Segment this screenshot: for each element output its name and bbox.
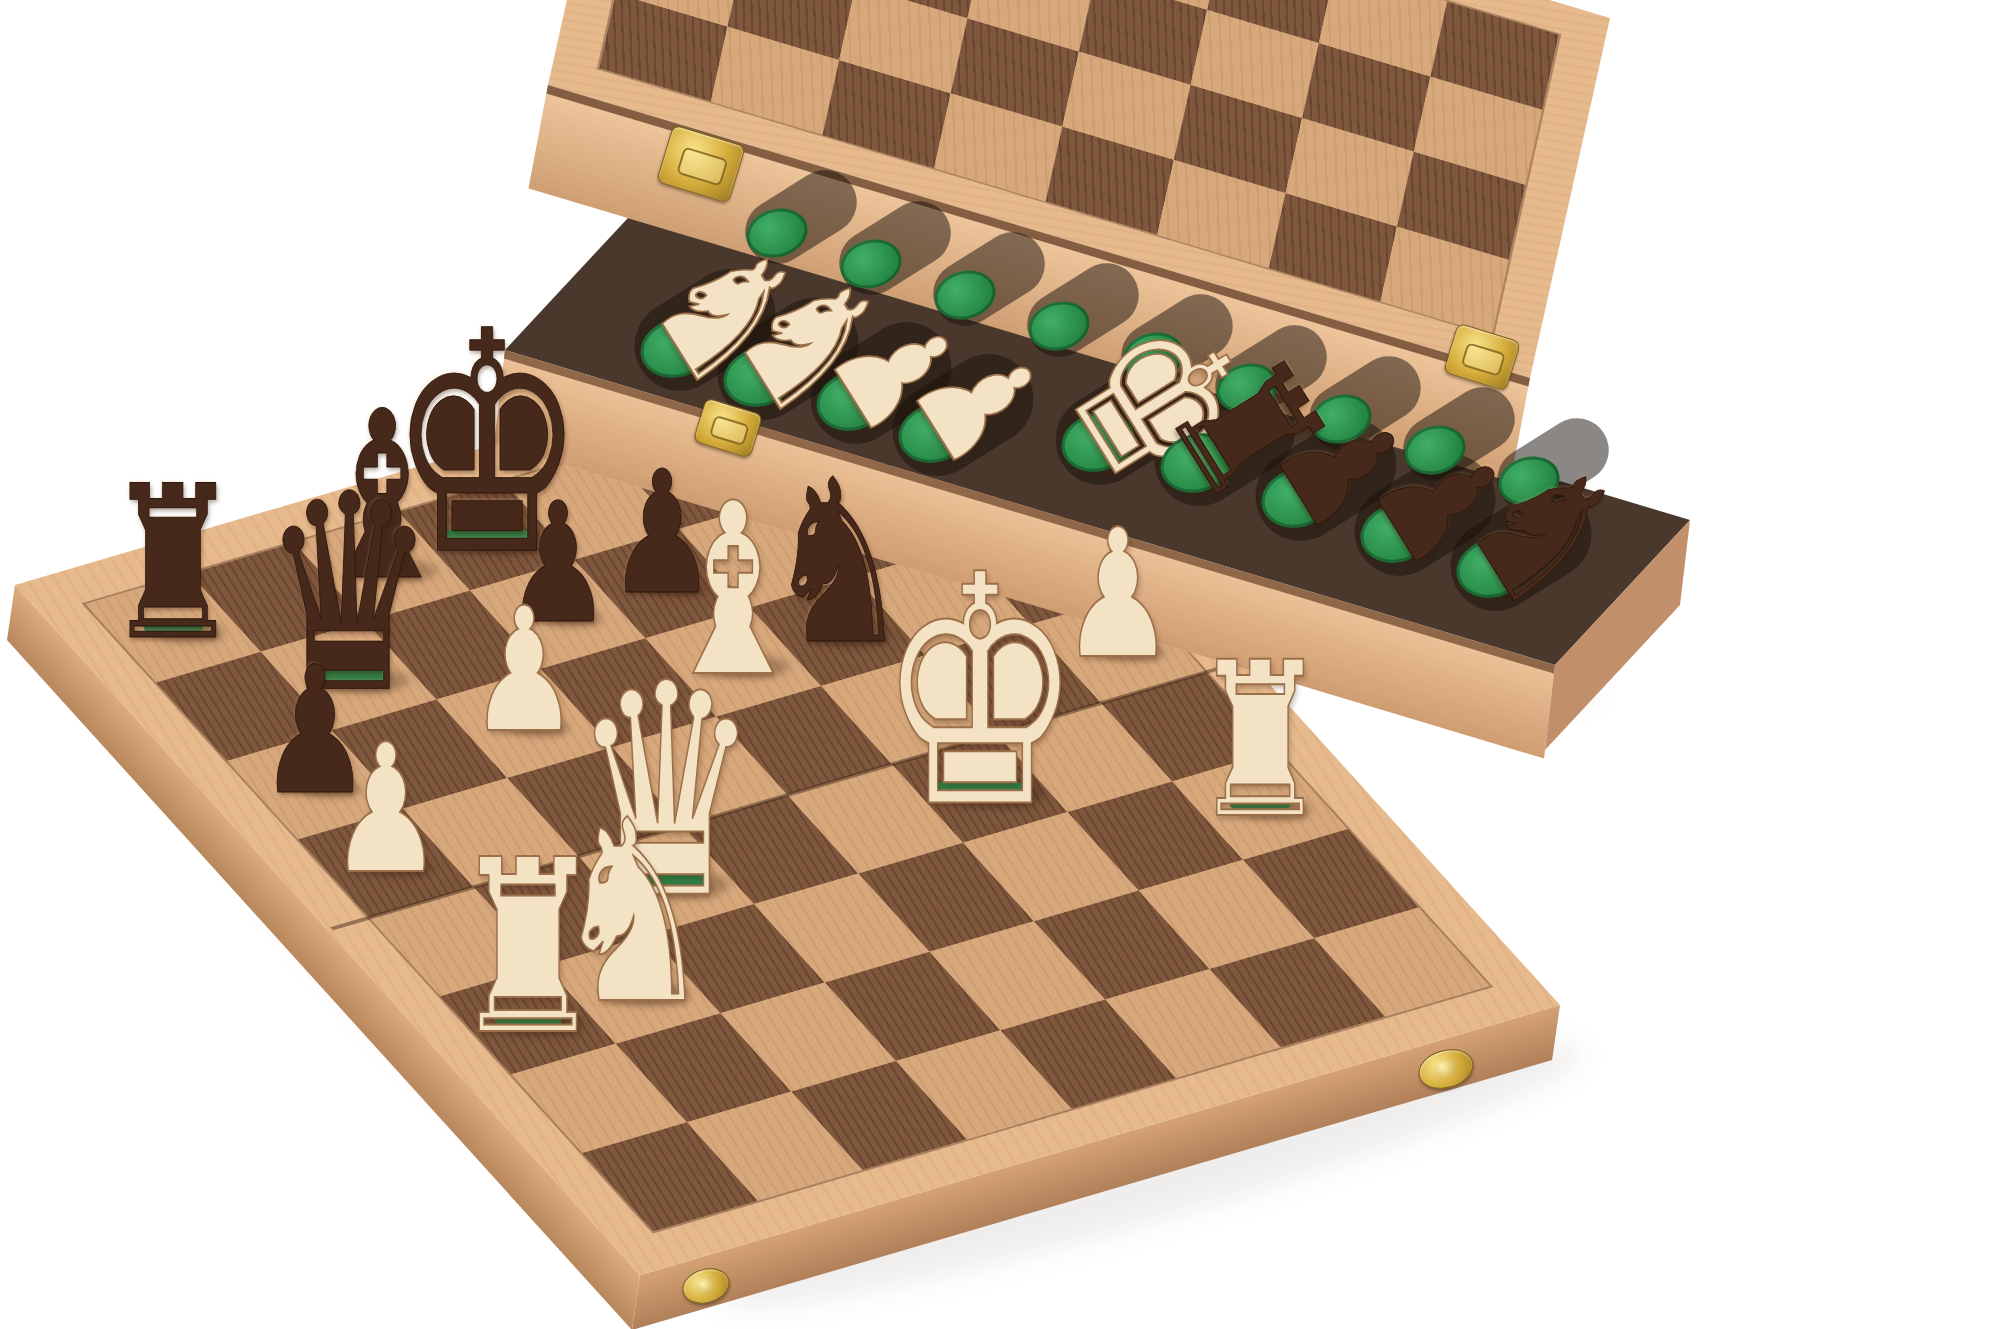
piece-white-pawn-a5: ♟	[329, 721, 444, 899]
piece-white-pawn-c6: ♟	[469, 586, 580, 758]
piece-white-rook-a3: ♜	[451, 828, 606, 1068]
piece-black-rook-a8: ♜	[105, 458, 242, 670]
piece-white-rook-h3: ♜	[1191, 634, 1329, 848]
piece-white-king-f4: ♚	[877, 534, 1082, 852]
product-photo-chess-set: ♜♝♚♛♟♟♟♞♟♝♟♟♛♚♞♜♜♞♞♟♟♚♜♟♟♞	[0, 0, 2000, 1329]
